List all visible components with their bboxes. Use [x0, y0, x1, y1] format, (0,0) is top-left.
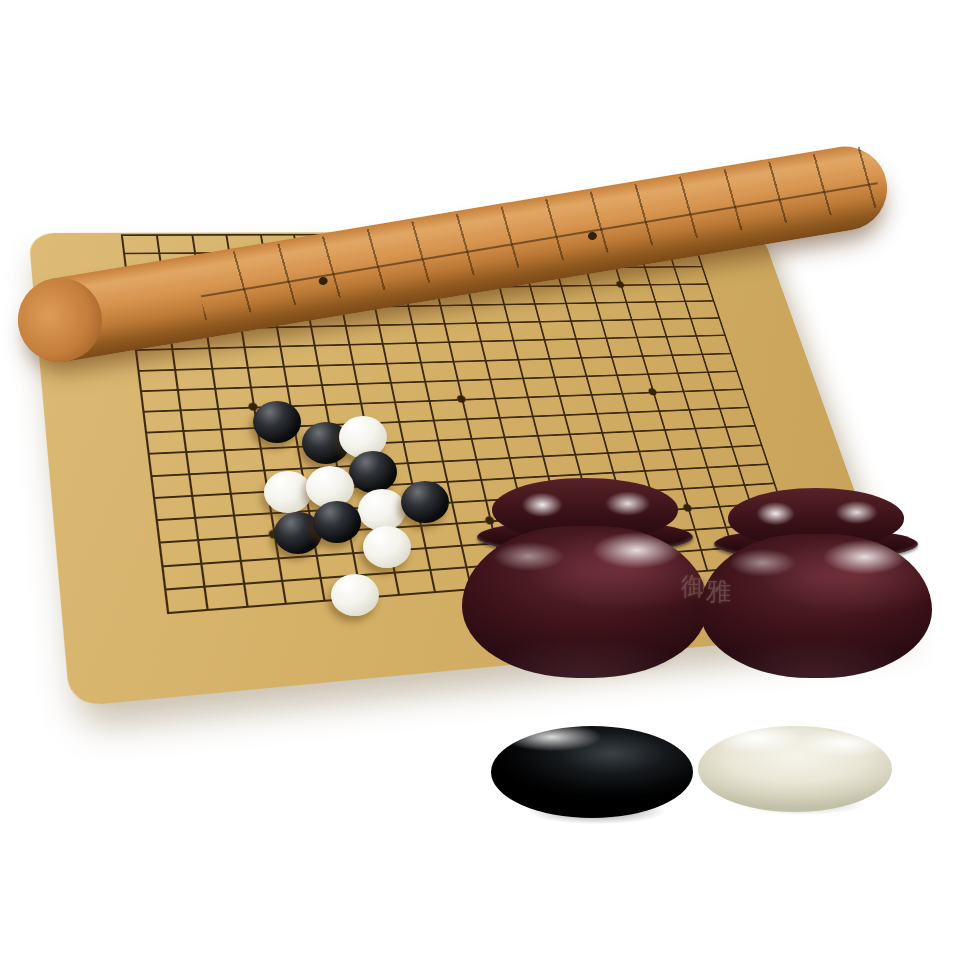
- black-stone[interactable]: [401, 481, 449, 523]
- black-stone[interactable]: [349, 451, 397, 493]
- white-stone[interactable]: [264, 471, 312, 513]
- bowl-body: [462, 526, 708, 678]
- black-stone[interactable]: [313, 501, 361, 543]
- black-lens-stone: [491, 726, 693, 818]
- product-photo-scene: 御 雅: [0, 0, 960, 960]
- stone-bowl-left: 御: [462, 478, 708, 678]
- bowl-engraving-right: 雅: [706, 579, 731, 604]
- white-stone[interactable]: [331, 574, 379, 616]
- white-stone[interactable]: [363, 526, 411, 568]
- white-lens-stone: [698, 726, 892, 812]
- bowl-body: [700, 534, 932, 678]
- stone-bowl-right: 雅: [700, 488, 932, 678]
- white-stone[interactable]: [358, 489, 406, 531]
- black-stone[interactable]: [253, 401, 301, 443]
